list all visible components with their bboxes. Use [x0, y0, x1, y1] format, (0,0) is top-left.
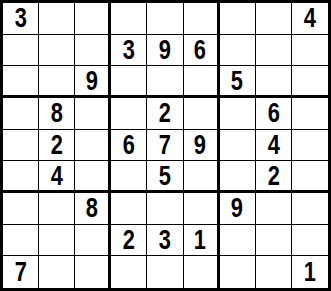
cell-r8c5: 3 — [147, 225, 183, 257]
given-digit: 2 — [267, 162, 279, 190]
cell-r7c1[interactable] — [3, 193, 39, 225]
cell-r6c3[interactable] — [75, 161, 111, 193]
given-digit: 9 — [194, 131, 206, 159]
cell-r7c8[interactable] — [256, 193, 292, 225]
cell-r9c2[interactable] — [39, 256, 75, 288]
cell-r5c5: 7 — [147, 130, 183, 162]
cell-r9c4[interactable] — [111, 256, 147, 288]
cell-r1c3[interactable] — [75, 3, 111, 35]
given-digit: 7 — [159, 131, 171, 159]
cell-r3c3: 9 — [75, 66, 111, 98]
cell-r4c5: 2 — [147, 98, 183, 130]
cell-r4c4[interactable] — [111, 98, 147, 130]
cell-r9c6[interactable] — [184, 256, 220, 288]
given-digit: 9 — [86, 67, 98, 95]
given-digit: 3 — [14, 4, 26, 32]
cell-r6c9[interactable] — [292, 161, 328, 193]
cell-r3c9[interactable] — [292, 66, 328, 98]
cell-r1c2[interactable] — [39, 3, 75, 35]
given-digit: 5 — [159, 162, 171, 190]
given-digit: 1 — [194, 226, 206, 254]
cell-r3c7: 5 — [220, 66, 256, 98]
cell-r6c4[interactable] — [111, 161, 147, 193]
cell-r9c1: 7 — [3, 256, 39, 288]
cell-r5c2: 2 — [39, 130, 75, 162]
cell-r6c6[interactable] — [184, 161, 220, 193]
cell-r4c8: 6 — [256, 98, 292, 130]
cell-r4c7[interactable] — [220, 98, 256, 130]
given-digit: 6 — [267, 99, 279, 127]
cell-r2c1[interactable] — [3, 35, 39, 67]
cell-r8c9[interactable] — [292, 225, 328, 257]
given-digit: 2 — [51, 131, 63, 159]
cell-r1c9: 4 — [292, 3, 328, 35]
cell-r8c6: 1 — [184, 225, 220, 257]
cell-r4c6[interactable] — [184, 98, 220, 130]
cell-r4c2: 8 — [39, 98, 75, 130]
given-digit: 6 — [194, 36, 206, 64]
cell-r5c4: 6 — [111, 130, 147, 162]
cell-r8c1[interactable] — [3, 225, 39, 257]
cell-r2c6: 6 — [184, 35, 220, 67]
cell-r2c9[interactable] — [292, 35, 328, 67]
cell-r9c5[interactable] — [147, 256, 183, 288]
cell-r7c6[interactable] — [184, 193, 220, 225]
cell-r1c4[interactable] — [111, 3, 147, 35]
cell-r7c5[interactable] — [147, 193, 183, 225]
cell-r1c6[interactable] — [184, 3, 220, 35]
given-digit: 1 — [304, 258, 316, 286]
given-digit: 2 — [159, 99, 171, 127]
cell-r2c8[interactable] — [256, 35, 292, 67]
cell-r9c7[interactable] — [220, 256, 256, 288]
cell-r4c3[interactable] — [75, 98, 111, 130]
given-digit: 7 — [14, 258, 26, 286]
cell-r7c4[interactable] — [111, 193, 147, 225]
given-digit: 4 — [304, 4, 316, 32]
cell-r5c8: 4 — [256, 130, 292, 162]
cell-r6c1[interactable] — [3, 161, 39, 193]
cell-r3c6[interactable] — [184, 66, 220, 98]
cell-r4c1[interactable] — [3, 98, 39, 130]
cell-r7c2[interactable] — [39, 193, 75, 225]
cell-r7c7: 9 — [220, 193, 256, 225]
sudoku-board: 3439695826267944528923171 — [0, 0, 331, 291]
cell-r2c3[interactable] — [75, 35, 111, 67]
cell-r1c7[interactable] — [220, 3, 256, 35]
cell-r3c5[interactable] — [147, 66, 183, 98]
cell-r2c7[interactable] — [220, 35, 256, 67]
cell-r8c2[interactable] — [39, 225, 75, 257]
cell-r8c8[interactable] — [256, 225, 292, 257]
cell-r6c2: 4 — [39, 161, 75, 193]
cell-r9c9: 1 — [292, 256, 328, 288]
cell-r6c5: 5 — [147, 161, 183, 193]
given-digit: 3 — [123, 36, 135, 64]
given-digit: 8 — [86, 194, 98, 222]
cell-r8c3[interactable] — [75, 225, 111, 257]
given-digit: 4 — [51, 162, 63, 190]
given-digit: 9 — [159, 36, 171, 64]
cell-r5c9[interactable] — [292, 130, 328, 162]
given-digit: 4 — [267, 131, 279, 159]
cell-r3c4[interactable] — [111, 66, 147, 98]
cell-r2c2[interactable] — [39, 35, 75, 67]
given-digit: 2 — [123, 226, 135, 254]
cell-r1c5[interactable] — [147, 3, 183, 35]
cell-r2c4: 3 — [111, 35, 147, 67]
cell-r7c9[interactable] — [292, 193, 328, 225]
given-digit: 8 — [51, 99, 63, 127]
cell-r8c7[interactable] — [220, 225, 256, 257]
cell-r5c1[interactable] — [3, 130, 39, 162]
given-digit: 9 — [231, 194, 243, 222]
cell-r7c3: 8 — [75, 193, 111, 225]
cell-r1c8[interactable] — [256, 3, 292, 35]
given-digit: 5 — [231, 67, 243, 95]
cell-r5c6: 9 — [184, 130, 220, 162]
cell-r2c5: 9 — [147, 35, 183, 67]
cell-r3c2[interactable] — [39, 66, 75, 98]
cell-r9c8[interactable] — [256, 256, 292, 288]
cell-r5c3[interactable] — [75, 130, 111, 162]
cell-r6c8: 2 — [256, 161, 292, 193]
cell-r6c7[interactable] — [220, 161, 256, 193]
given-digit: 6 — [123, 131, 135, 159]
cell-r3c8[interactable] — [256, 66, 292, 98]
given-digit: 3 — [159, 226, 171, 254]
cell-r8c4: 2 — [111, 225, 147, 257]
cell-r5c7[interactable] — [220, 130, 256, 162]
cell-r1c1: 3 — [3, 3, 39, 35]
cell-r4c9[interactable] — [292, 98, 328, 130]
cell-r9c3[interactable] — [75, 256, 111, 288]
cell-r3c1[interactable] — [3, 66, 39, 98]
